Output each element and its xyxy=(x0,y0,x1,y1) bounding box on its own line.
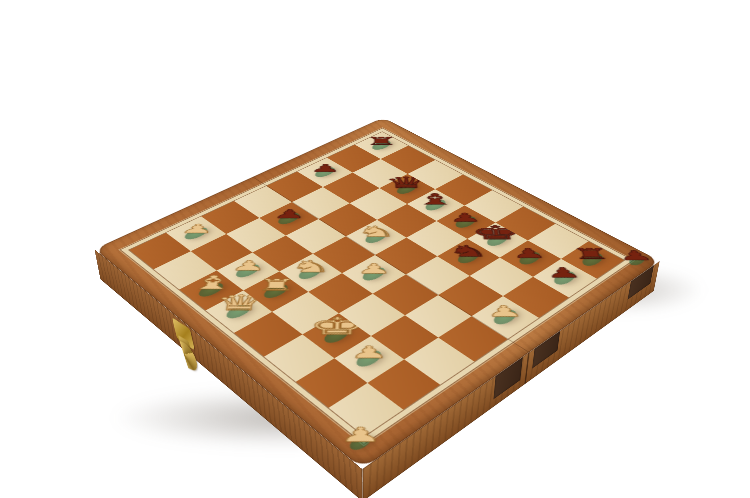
square-e4: ♟ xyxy=(342,255,405,293)
black-pawn-glyph: ♟ xyxy=(511,247,548,260)
square-h2 xyxy=(367,360,439,410)
fold-seam-side xyxy=(524,352,529,384)
white-pawn-glyph: ♟ xyxy=(485,304,524,319)
square-e3 xyxy=(308,273,373,313)
photo-canvas: ♟♟♜♟♝♟♛♛♜♞♞♝♟♟♚♞♚♟♟♟♟♜ ♟♟ xyxy=(0,0,750,498)
black-king-glyph: ♚ xyxy=(470,223,524,242)
square-g6 xyxy=(469,258,533,297)
white-king-glyph: ♚ xyxy=(307,314,365,338)
black-queen-glyph: ♛ xyxy=(385,175,430,190)
black-pawn-glyph: ♟ xyxy=(272,208,306,220)
felt-base xyxy=(260,282,291,301)
black-pawn-glyph: ♟ xyxy=(309,163,340,173)
black-pawn-glyph: ♟ xyxy=(545,266,583,280)
square-h3 xyxy=(404,338,474,385)
square-f3 xyxy=(338,293,405,336)
white-bishop-glyph: ♝ xyxy=(187,274,237,293)
square-d3: ♞ xyxy=(279,254,342,292)
square-e1 xyxy=(234,312,302,357)
white-pawn-glyph: ♟ xyxy=(179,223,215,235)
black-rook-glyph: ♜ xyxy=(570,247,612,262)
white-pawn-glyph: ♟ xyxy=(356,262,391,276)
white-pawn-glyph: ♟ xyxy=(339,425,381,445)
square-f2: ♚ xyxy=(302,313,370,358)
square-g2: ♟ xyxy=(334,336,404,383)
chess-box: ♟♟♜♟♝♟♛♛♜♞♞♝♟♟♚♞♚♟♟♟♟♜ ♟♟ xyxy=(94,117,659,469)
felt-base xyxy=(346,432,374,453)
felt-base xyxy=(550,269,579,287)
square-h1 xyxy=(329,383,403,436)
white-pawn-glyph: ♟ xyxy=(230,259,267,273)
white-knight-glyph: ♞ xyxy=(356,224,396,239)
square-g3 xyxy=(370,315,438,360)
square-d1: ♛ xyxy=(206,291,272,333)
square-h5: ♟ xyxy=(472,296,539,339)
square-d2: ♜ xyxy=(243,272,308,312)
square-e2 xyxy=(272,292,338,334)
square-b1 xyxy=(154,251,217,289)
square-f4 xyxy=(373,274,438,314)
white-rook-glyph: ♜ xyxy=(256,277,297,293)
scene: ♟♟♜♟♝♟♛♛♜♞♞♝♟♟♚♞♚♟♟♟♟♜ ♟♟ xyxy=(0,0,750,498)
square-h4 xyxy=(439,316,508,361)
checker-grid: ♟♟♜♟♝♟♛♛♜♞♞♝♟♟♚♞♚♟♟♟♟♜ xyxy=(128,131,626,437)
black-bishop-glyph: ♝ xyxy=(414,192,457,207)
felt-base xyxy=(223,302,255,322)
white-knight-glyph: ♞ xyxy=(289,258,332,274)
square-c1: ♝ xyxy=(179,270,243,310)
felt-base xyxy=(295,264,325,282)
white-pawn-glyph: ♟ xyxy=(349,344,388,361)
felt-base xyxy=(352,348,385,370)
square-g5 xyxy=(438,276,503,317)
square-g4 xyxy=(405,295,472,338)
square-f5 xyxy=(406,256,470,295)
black-rook-glyph: ♜ xyxy=(365,136,397,147)
board-top-face: ♟♟♜♟♝♟♛♛♜♞♞♝♟♟♚♞♚♟♟♟♟♜ ♟♟ xyxy=(94,117,659,469)
square-f1 xyxy=(264,334,334,381)
black-knight-glyph: ♞ xyxy=(446,243,489,259)
square-h7: ♟ xyxy=(533,259,597,298)
square-g1 xyxy=(295,358,367,408)
felt-base xyxy=(195,281,226,300)
felt-base xyxy=(359,265,389,283)
felt-base xyxy=(490,307,521,327)
white-queen-glyph: ♛ xyxy=(212,293,267,314)
felt-base xyxy=(320,325,353,346)
square-h6 xyxy=(503,277,568,318)
black-pawn-glyph: ♟ xyxy=(616,249,655,262)
